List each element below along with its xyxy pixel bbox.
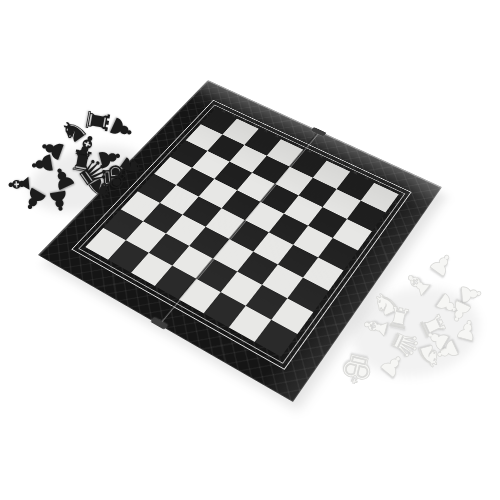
black-rook-piece: ♜ [80, 105, 114, 137]
white-pawn-piece: ♟ [424, 246, 459, 282]
black-knight-piece: ♞ [55, 112, 93, 151]
black-pawn-piece: ♟ [105, 112, 140, 145]
hinge-top [311, 127, 327, 136]
chess-set-product-photo: ♜♟♞♟♝♟♞♟♛♟♝♟♞♟♚♜ ♟♝♟♞♟♜♝♟♛♞♟♚♟♟♜♟ [0, 0, 500, 500]
